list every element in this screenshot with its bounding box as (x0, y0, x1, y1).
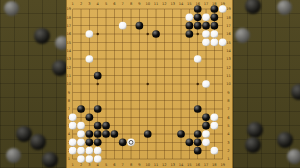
white-stone (219, 5, 227, 13)
coordinate-label: 16 (226, 32, 231, 36)
black-stone (94, 72, 102, 80)
coordinate-label: 2 (227, 149, 229, 153)
coordinate-label: 15 (187, 163, 192, 167)
black-stone (86, 130, 94, 138)
coordinate-label: 13 (170, 163, 175, 167)
star-point (97, 83, 99, 85)
coordinate-label: 13 (67, 57, 72, 61)
coordinate-label: 5 (105, 163, 107, 167)
white-stone (211, 147, 219, 155)
black-stone (111, 130, 119, 138)
coordinate-label: 5 (105, 2, 107, 6)
coordinate-label: 12 (226, 66, 231, 70)
black-stone (177, 130, 185, 138)
coordinate-label: 8 (227, 99, 230, 103)
coordinate-label: 15 (187, 2, 192, 6)
coordinate-label: 12 (162, 2, 167, 6)
coordinate-label: 18 (226, 16, 231, 20)
coordinate-label: 13 (226, 57, 231, 61)
coordinate-label: 4 (97, 163, 100, 167)
white-stone (127, 138, 135, 146)
coordinate-label: 1 (68, 157, 70, 161)
blurred-white-stone (277, 0, 292, 15)
white-stone (69, 113, 77, 121)
coordinate-label: 19 (67, 7, 72, 11)
white-stone (211, 38, 219, 46)
coordinate-label: 8 (68, 99, 71, 103)
white-stone (219, 38, 227, 46)
coordinate-label: 11 (226, 74, 231, 78)
black-stone (119, 138, 127, 146)
coordinate-label: 3 (227, 141, 229, 145)
go-board[interactable]: 1119192218183317174416165515156614147713… (66, 0, 233, 168)
blurred-black-stone (34, 28, 50, 44)
black-stone (136, 22, 144, 30)
coordinate-label: 16 (67, 32, 72, 36)
blurred-black-stone (277, 132, 293, 148)
blurred-white-stone (235, 28, 250, 43)
black-stone (194, 13, 202, 21)
blurred-black-stone (245, 0, 261, 14)
star-point (197, 83, 199, 85)
coordinate-label: 7 (68, 107, 70, 111)
coordinate-label: 1 (72, 2, 74, 6)
black-stone (186, 138, 194, 146)
coordinate-label: 11 (67, 74, 72, 78)
black-stone (94, 122, 102, 130)
black-stone (194, 22, 202, 30)
coordinate-label: 14 (179, 2, 184, 6)
coordinate-label: 6 (113, 163, 116, 167)
black-stone (86, 138, 94, 146)
black-stone (144, 130, 152, 138)
blurred-black-stone (245, 137, 261, 153)
blurred-black-stone (42, 152, 58, 168)
star-point (147, 83, 149, 85)
coordinate-label: 13 (170, 2, 175, 6)
white-stone (86, 55, 94, 63)
black-stone (194, 147, 202, 155)
black-stone (77, 105, 85, 113)
coordinate-label: 9 (227, 91, 230, 95)
white-stone (69, 147, 77, 155)
coordinate-label: 5 (227, 124, 229, 128)
white-stone (186, 13, 194, 21)
go-app-screen: 1119192218183317174416165515156614147713… (0, 0, 300, 168)
coordinate-label: 9 (138, 163, 141, 167)
coordinate-label: 1 (227, 157, 229, 161)
coordinate-label: 18 (212, 163, 217, 167)
coordinate-label: 4 (68, 132, 71, 136)
white-stone (119, 22, 127, 30)
coordinate-label: 2 (80, 2, 82, 6)
black-stone (94, 105, 102, 113)
coordinate-label: 14 (226, 49, 231, 53)
coordinate-label: 17 (204, 163, 209, 167)
blurred-white-stone (6, 148, 21, 163)
black-stone (102, 130, 110, 138)
black-stone (194, 105, 202, 113)
star-point (197, 33, 199, 35)
white-stone (202, 80, 210, 88)
coordinate-label: 12 (67, 66, 72, 70)
coordinate-label: 17 (226, 24, 231, 28)
coordinate-label: 15 (67, 41, 72, 45)
white-stone (211, 30, 219, 38)
white-stone (69, 138, 77, 146)
blurred-black-stone (30, 134, 46, 150)
white-stone (202, 30, 210, 38)
blurred-white-stone (4, 1, 19, 16)
coordinate-label: 4 (97, 2, 100, 6)
coordinate-label: 7 (227, 107, 229, 111)
blurred-black-stone (291, 84, 300, 100)
black-stone (211, 13, 219, 21)
white-stone (211, 122, 219, 130)
black-stone (186, 22, 194, 30)
white-stone (77, 155, 85, 163)
black-stone (211, 22, 219, 30)
blurred-black-stone (247, 122, 263, 138)
white-stone (202, 13, 210, 21)
white-stone (202, 130, 210, 138)
black-stone (152, 30, 160, 38)
black-stone (202, 113, 210, 121)
blurred-white-stone (287, 149, 300, 164)
coordinate-label: 18 (67, 16, 72, 20)
coordinate-label: 10 (226, 82, 231, 86)
star-point (147, 33, 149, 35)
coordinate-label: 19 (226, 7, 231, 11)
coordinate-label: 11 (154, 163, 159, 167)
white-stone (86, 30, 94, 38)
coordinate-label: 3 (88, 2, 90, 6)
white-stone (86, 147, 94, 155)
blurred-background-panel-right (233, 0, 300, 168)
coordinate-label: 16 (195, 163, 200, 167)
coordinate-label: 4 (227, 132, 230, 136)
black-stone (94, 130, 102, 138)
black-stone (194, 130, 202, 138)
coordinate-label: 2 (80, 163, 82, 167)
coordinate-label: 17 (67, 24, 72, 28)
coordinate-label: 7 (122, 2, 124, 6)
go-board-canvas[interactable]: 1119192218183317174416165515156614147713… (66, 0, 233, 168)
coordinate-label: 10 (145, 2, 150, 6)
white-stone (202, 38, 210, 46)
coordinate-label: 7 (122, 163, 124, 167)
coordinate-label: 6 (113, 2, 116, 6)
black-stone (194, 138, 202, 146)
white-stone (77, 130, 85, 138)
white-stone (202, 138, 210, 146)
white-stone (194, 55, 202, 63)
coordinate-label: 8 (130, 2, 133, 6)
black-stone (102, 122, 110, 130)
coordinate-label: 10 (67, 82, 72, 86)
coordinate-label: 9 (68, 91, 71, 95)
white-stone (86, 155, 94, 163)
coordinate-label: 1 (72, 163, 74, 167)
coordinate-label: 10 (145, 163, 150, 167)
black-stone (86, 113, 94, 121)
white-stone (77, 147, 85, 155)
black-stone (94, 138, 102, 146)
blurred-background-panel-left (0, 0, 66, 168)
white-stone (77, 122, 85, 130)
black-stone (186, 30, 194, 38)
coordinate-label: 14 (67, 49, 72, 53)
coordinate-label: 6 (227, 116, 230, 120)
black-stone (211, 5, 219, 13)
star-point (97, 33, 99, 35)
white-stone (77, 138, 85, 146)
white-stone (94, 155, 102, 163)
coordinate-label: 9 (138, 2, 141, 6)
coordinate-label: 8 (130, 163, 133, 167)
black-stone (194, 5, 202, 13)
white-stone (211, 113, 219, 121)
black-stone (202, 122, 210, 130)
white-stone (69, 122, 77, 130)
black-stone (202, 22, 210, 30)
coordinate-label: 19 (220, 163, 225, 167)
coordinate-label: 3 (88, 163, 90, 167)
white-stone (94, 147, 102, 155)
coordinate-label: 14 (179, 163, 184, 167)
coordinate-label: 12 (162, 163, 167, 167)
coordinate-label: 17 (204, 2, 209, 6)
coordinate-label: 11 (154, 2, 159, 6)
coordinate-label: 15 (226, 41, 231, 45)
